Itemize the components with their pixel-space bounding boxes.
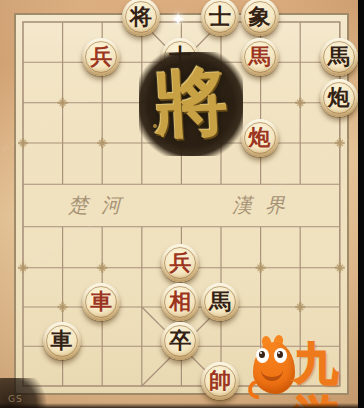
- piece-glyph: 帥: [209, 369, 231, 391]
- piece-red-soldier[interactable]: 兵: [161, 244, 199, 282]
- piece-black-advisor[interactable]: 士: [161, 38, 199, 76]
- piece-red-soldier[interactable]: 兵: [82, 38, 120, 76]
- piece-red-cannon[interactable]: 炮: [241, 119, 279, 157]
- piece-glyph: 兵: [169, 251, 191, 273]
- piece-black-horse[interactable]: 馬: [320, 38, 358, 76]
- piece-glyph: 士: [169, 45, 191, 67]
- piece-glyph: 車: [51, 329, 73, 351]
- xiangqi-screen: 楚河 漢界 www.9game.cn www.9game.cn www.9gam…: [0, 0, 364, 408]
- piece-glyph: 士: [209, 5, 231, 27]
- screen-edge-strip: [358, 0, 364, 408]
- piece-glyph: 炮: [249, 126, 271, 148]
- piece-black-horse[interactable]: 馬: [201, 283, 239, 321]
- river-label-chu: 楚河: [68, 192, 134, 218]
- piece-glyph: 相: [169, 290, 191, 312]
- river-label-han: 漢界: [232, 192, 298, 218]
- screen-bottom-shadow: [0, 403, 364, 408]
- piece-glyph: 将: [130, 5, 152, 27]
- piece-glyph: 炮: [328, 86, 350, 108]
- piece-glyph: 象: [249, 5, 271, 27]
- piece-glyph: 車: [90, 290, 112, 312]
- piece-black-cannon[interactable]: 炮: [320, 79, 358, 117]
- piece-red-general[interactable]: 帥: [201, 362, 239, 400]
- piece-black-soldier[interactable]: 卒: [161, 322, 199, 360]
- piece-glyph: 馬: [209, 290, 231, 312]
- piece-red-elephant[interactable]: 相: [161, 283, 199, 321]
- piece-glyph: 卒: [169, 329, 191, 351]
- piece-glyph: 兵: [90, 45, 112, 67]
- piece-glyph: 馬: [249, 45, 271, 67]
- piece-red-chariot[interactable]: 車: [82, 283, 120, 321]
- piece-black-chariot[interactable]: 車: [43, 322, 81, 360]
- piece-glyph: 馬: [328, 45, 350, 67]
- piece-red-horse[interactable]: 馬: [241, 38, 279, 76]
